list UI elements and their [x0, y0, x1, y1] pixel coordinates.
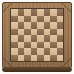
board-photo: [0, 0, 74, 74]
chess-board: [2, 2, 72, 68]
board-side-edge: [2, 68, 72, 72]
square-h1[interactable]: [57, 55, 64, 62]
board-grid: [10, 8, 64, 62]
